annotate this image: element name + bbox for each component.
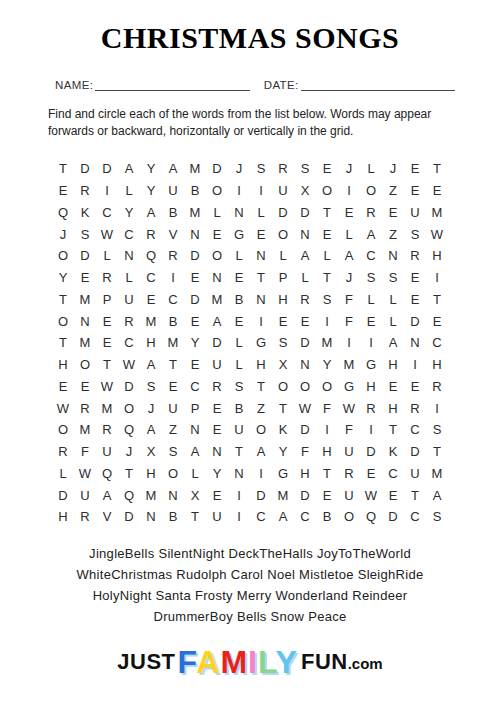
grid-cell[interactable]: A [184, 441, 206, 463]
grid-cell[interactable]: I [228, 180, 250, 202]
grid-cell[interactable]: T [404, 484, 426, 506]
grid-cell[interactable]: Z [162, 419, 184, 441]
grid-cell[interactable]: R [272, 158, 294, 180]
grid-cell[interactable]: O [52, 310, 74, 332]
grid-cell[interactable]: A [96, 484, 118, 506]
grid-cell[interactable]: D [294, 419, 316, 441]
grid-cell[interactable]: O [272, 223, 294, 245]
grid-cell[interactable]: S [382, 267, 404, 289]
grid-cell[interactable]: K [382, 441, 404, 463]
grid-cell[interactable]: H [382, 354, 404, 376]
grid-cell[interactable]: Y [140, 158, 162, 180]
grid-cell[interactable]: A [206, 310, 228, 332]
grid-cell[interactable]: X [140, 441, 162, 463]
grid-cell[interactable]: D [118, 376, 140, 398]
grid-cell[interactable]: L [118, 267, 140, 289]
grid-cell[interactable]: J [228, 158, 250, 180]
grid-cell[interactable]: I [228, 506, 250, 528]
grid-cell[interactable]: D [184, 289, 206, 311]
grid-cell[interactable]: D [74, 245, 96, 267]
grid-cell[interactable]: E [382, 376, 404, 398]
grid-cell[interactable]: N [294, 354, 316, 376]
grid-cell[interactable]: C [360, 245, 382, 267]
grid-cell[interactable]: H [52, 506, 74, 528]
grid-cell[interactable]: M [140, 310, 162, 332]
grid-cell[interactable]: Q [96, 463, 118, 485]
grid-cell[interactable]: N [206, 441, 228, 463]
grid-cell[interactable]: E [382, 484, 404, 506]
grid-cell[interactable]: L [316, 245, 338, 267]
grid-cell[interactable]: E [404, 376, 426, 398]
grid-cell[interactable]: E [162, 376, 184, 398]
grid-cell[interactable]: O [118, 397, 140, 419]
grid-cell[interactable]: Q [118, 484, 140, 506]
grid-cell[interactable]: T [96, 354, 118, 376]
grid-cell[interactable]: H [52, 354, 74, 376]
grid-cell[interactable]: F [316, 397, 338, 419]
grid-cell[interactable]: R [360, 397, 382, 419]
grid-cell[interactable]: P [272, 267, 294, 289]
grid-cell[interactable]: D [294, 484, 316, 506]
grid-cell[interactable]: I [228, 484, 250, 506]
grid-cell[interactable]: E [404, 267, 426, 289]
grid-cell[interactable]: C [140, 267, 162, 289]
grid-cell[interactable]: Z [250, 397, 272, 419]
grid-cell[interactable]: T [228, 441, 250, 463]
grid-cell[interactable]: R [52, 441, 74, 463]
grid-cell[interactable]: L [118, 180, 140, 202]
grid-cell[interactable]: S [250, 158, 272, 180]
grid-cell[interactable]: O [316, 376, 338, 398]
grid-cell[interactable]: L [360, 158, 382, 180]
grid-cell[interactable]: I [316, 310, 338, 332]
grid-cell[interactable]: M [162, 332, 184, 354]
grid-cell[interactable]: H [140, 332, 162, 354]
grid-cell[interactable]: M [206, 289, 228, 311]
grid-cell[interactable]: L [228, 354, 250, 376]
grid-cell[interactable]: I [250, 310, 272, 332]
grid-cell[interactable]: R [162, 245, 184, 267]
grid-cell[interactable]: M [74, 332, 96, 354]
grid-cell[interactable]: E [316, 223, 338, 245]
grid-cell[interactable]: U [96, 441, 118, 463]
grid-cell[interactable]: G [360, 354, 382, 376]
grid-cell[interactable]: U [162, 180, 184, 202]
grid-cell[interactable]: U [272, 180, 294, 202]
grid-cell[interactable]: J [52, 223, 74, 245]
grid-cell[interactable]: W [96, 376, 118, 398]
grid-cell[interactable]: M [184, 158, 206, 180]
grid-cell[interactable]: L [228, 245, 250, 267]
grid-cell[interactable]: O [206, 180, 228, 202]
grid-cell[interactable]: N [228, 202, 250, 224]
grid-cell[interactable]: L [360, 289, 382, 311]
grid-cell[interactable]: N [140, 506, 162, 528]
grid-cell[interactable]: I [162, 267, 184, 289]
grid-cell[interactable]: D [294, 332, 316, 354]
grid-cell[interactable]: A [426, 484, 448, 506]
grid-cell[interactable]: Y [52, 267, 74, 289]
grid-cell[interactable]: C [118, 223, 140, 245]
grid-cell[interactable]: K [74, 202, 96, 224]
grid-cell[interactable]: U [206, 354, 228, 376]
grid-cell[interactable]: D [382, 506, 404, 528]
grid-cell[interactable]: N [74, 310, 96, 332]
grid-cell[interactable]: E [360, 463, 382, 485]
grid-cell[interactable]: N [118, 245, 140, 267]
grid-cell[interactable]: D [96, 158, 118, 180]
grid-cell[interactable]: X [184, 484, 206, 506]
grid-cell[interactable]: E [404, 180, 426, 202]
grid-cell[interactable]: I [96, 180, 118, 202]
grid-cell[interactable]: N [184, 223, 206, 245]
grid-cell[interactable]: Q [140, 245, 162, 267]
grid-cell[interactable]: D [404, 441, 426, 463]
grid-cell[interactable]: R [96, 419, 118, 441]
grid-cell[interactable]: A [140, 202, 162, 224]
grid-cell[interactable]: E [74, 376, 96, 398]
grid-cell[interactable]: T [426, 289, 448, 311]
grid-cell[interactable]: F [338, 419, 360, 441]
grid-cell[interactable]: T [250, 267, 272, 289]
grid-cell[interactable]: I [360, 419, 382, 441]
grid-cell[interactable]: L [184, 463, 206, 485]
grid-cell[interactable]: F [338, 289, 360, 311]
grid-cell[interactable]: A [360, 223, 382, 245]
grid-cell[interactable]: M [140, 484, 162, 506]
grid-cell[interactable]: R [338, 463, 360, 485]
grid-cell[interactable]: M [316, 332, 338, 354]
grid-cell[interactable]: S [426, 419, 448, 441]
grid-cell[interactable]: Q [360, 506, 382, 528]
grid-cell[interactable]: Y [140, 180, 162, 202]
grid-cell[interactable]: A [272, 506, 294, 528]
grid-cell[interactable]: T [382, 419, 404, 441]
grid-cell[interactable]: E [382, 202, 404, 224]
grid-cell[interactable]: L [206, 202, 228, 224]
grid-cell[interactable]: Q [52, 202, 74, 224]
grid-cell[interactable]: R [96, 267, 118, 289]
grid-cell[interactable]: T [272, 397, 294, 419]
grid-cell[interactable]: G [338, 376, 360, 398]
grid-cell[interactable]: S [316, 289, 338, 311]
grid-cell[interactable]: C [426, 332, 448, 354]
grid-cell[interactable]: U [118, 289, 140, 311]
grid-cell[interactable]: C [96, 202, 118, 224]
grid-cell[interactable]: S [140, 376, 162, 398]
grid-cell[interactable]: O [52, 419, 74, 441]
grid-cell[interactable]: H [272, 289, 294, 311]
grid-cell[interactable]: O [360, 180, 382, 202]
grid-cell[interactable]: I [250, 180, 272, 202]
grid-cell[interactable]: D [184, 245, 206, 267]
grid-cell[interactable]: O [250, 419, 272, 441]
grid-cell[interactable]: S [272, 332, 294, 354]
grid-cell[interactable]: O [338, 506, 360, 528]
grid-cell[interactable]: Y [272, 441, 294, 463]
grid-cell[interactable]: M [74, 289, 96, 311]
grid-cell[interactable]: C [250, 506, 272, 528]
grid-cell[interactable]: N [250, 289, 272, 311]
grid-cell[interactable]: H [294, 463, 316, 485]
grid-cell[interactable]: O [294, 376, 316, 398]
grid-cell[interactable]: E [228, 310, 250, 332]
grid-cell[interactable]: E [184, 354, 206, 376]
grid-cell[interactable]: E [360, 310, 382, 332]
grid-cell[interactable]: N [184, 419, 206, 441]
grid-cell[interactable]: F [74, 441, 96, 463]
grid-cell[interactable]: T [426, 158, 448, 180]
grid-cell[interactable]: T [52, 289, 74, 311]
grid-cell[interactable]: S [228, 376, 250, 398]
grid-cell[interactable]: I [404, 354, 426, 376]
grid-cell[interactable]: W [426, 223, 448, 245]
grid-cell[interactable]: E [184, 310, 206, 332]
grid-cell[interactable]: T [316, 463, 338, 485]
grid-cell[interactable]: T [316, 202, 338, 224]
grid-cell[interactable]: N [294, 223, 316, 245]
grid-cell[interactable]: E [74, 267, 96, 289]
grid-cell[interactable]: T [118, 463, 140, 485]
grid-cell[interactable]: B [162, 202, 184, 224]
grid-cell[interactable]: U [162, 397, 184, 419]
grid-cell[interactable]: S [404, 223, 426, 245]
grid-cell[interactable]: A [140, 419, 162, 441]
grid-cell[interactable]: U [74, 484, 96, 506]
grid-cell[interactable]: P [184, 397, 206, 419]
grid-cell[interactable]: S [426, 506, 448, 528]
grid-cell[interactable]: Y [206, 463, 228, 485]
grid-cell[interactable]: E [272, 310, 294, 332]
grid-cell[interactable]: I [426, 267, 448, 289]
grid-cell[interactable]: A [118, 158, 140, 180]
grid-cell[interactable]: L [382, 310, 404, 332]
grid-cell[interactable]: D [206, 158, 228, 180]
grid-cell[interactable]: Q [118, 419, 140, 441]
grid-cell[interactable]: N [206, 267, 228, 289]
grid-cell[interactable]: A [382, 332, 404, 354]
grid-cell[interactable]: B [162, 310, 184, 332]
grid-cell[interactable]: O [52, 245, 74, 267]
grid-cell[interactable]: J [118, 441, 140, 463]
grid-cell[interactable]: I [426, 397, 448, 419]
grid-cell[interactable]: O [162, 463, 184, 485]
grid-cell[interactable]: T [250, 376, 272, 398]
grid-cell[interactable]: C [118, 332, 140, 354]
grid-cell[interactable]: D [206, 332, 228, 354]
grid-cell[interactable]: R [74, 506, 96, 528]
grid-cell[interactable]: R [404, 245, 426, 267]
grid-cell[interactable]: T [52, 158, 74, 180]
grid-cell[interactable]: O [316, 180, 338, 202]
grid-cell[interactable]: E [206, 223, 228, 245]
grid-cell[interactable]: R [426, 376, 448, 398]
grid-cell[interactable]: E [228, 267, 250, 289]
grid-cell[interactable]: L [52, 463, 74, 485]
grid-cell[interactable]: R [118, 310, 140, 332]
grid-cell[interactable]: L [272, 245, 294, 267]
grid-cell[interactable]: M [272, 484, 294, 506]
grid-cell[interactable]: F [294, 441, 316, 463]
grid-cell[interactable]: T [52, 332, 74, 354]
grid-cell[interactable]: H [140, 463, 162, 485]
grid-cell[interactable]: R [74, 397, 96, 419]
grid-cell[interactable]: I [360, 332, 382, 354]
grid-cell[interactable]: V [96, 506, 118, 528]
grid-cell[interactable]: C [184, 376, 206, 398]
grid-cell[interactable]: T [426, 441, 448, 463]
grid-cell[interactable]: R [404, 397, 426, 419]
grid-cell[interactable]: M [426, 463, 448, 485]
grid-cell[interactable]: K [272, 419, 294, 441]
grid-cell[interactable]: C [294, 506, 316, 528]
grid-cell[interactable]: C [382, 463, 404, 485]
grid-cell[interactable]: O [206, 245, 228, 267]
grid-cell[interactable]: R [206, 376, 228, 398]
grid-cell[interactable]: A [140, 354, 162, 376]
grid-cell[interactable]: H [360, 376, 382, 398]
grid-cell[interactable]: L [96, 245, 118, 267]
grid-cell[interactable]: I [338, 180, 360, 202]
grid-cell[interactable]: N [404, 332, 426, 354]
grid-cell[interactable]: E [294, 310, 316, 332]
grid-cell[interactable]: L [382, 289, 404, 311]
grid-cell[interactable]: E [316, 484, 338, 506]
grid-cell[interactable]: T [316, 267, 338, 289]
grid-cell[interactable]: N [228, 463, 250, 485]
grid-cell[interactable]: H [316, 441, 338, 463]
name-fill-line[interactable] [95, 79, 249, 91]
grid-cell[interactable]: M [338, 354, 360, 376]
grid-cell[interactable]: A [294, 245, 316, 267]
grid-cell[interactable]: H [382, 397, 404, 419]
grid-cell[interactable]: T [184, 506, 206, 528]
grid-cell[interactable]: G [250, 332, 272, 354]
grid-cell[interactable]: Y [118, 202, 140, 224]
grid-cell[interactable]: J [338, 267, 360, 289]
grid-cell[interactable]: D [360, 441, 382, 463]
grid-cell[interactable]: N [162, 484, 184, 506]
grid-cell[interactable]: O [272, 376, 294, 398]
grid-cell[interactable]: M [184, 202, 206, 224]
grid-cell[interactable]: Z [382, 180, 404, 202]
grid-cell[interactable]: H [426, 354, 448, 376]
grid-cell[interactable]: D [294, 202, 316, 224]
grid-cell[interactable]: S [162, 441, 184, 463]
grid-cell[interactable]: E [404, 289, 426, 311]
grid-cell[interactable]: W [96, 223, 118, 245]
grid-cell[interactable]: U [404, 463, 426, 485]
grid-cell[interactable]: R [360, 202, 382, 224]
grid-cell[interactable]: I [250, 463, 272, 485]
grid-cell[interactable]: W [74, 463, 96, 485]
grid-cell[interactable]: D [74, 158, 96, 180]
grid-cell[interactable]: Y [184, 332, 206, 354]
grid-cell[interactable]: E [140, 289, 162, 311]
grid-cell[interactable]: A [250, 441, 272, 463]
grid-cell[interactable]: J [382, 158, 404, 180]
grid-cell[interactable]: B [316, 506, 338, 528]
date-fill-line[interactable] [301, 79, 455, 91]
grid-cell[interactable]: E [96, 310, 118, 332]
grid-cell[interactable]: C [404, 419, 426, 441]
grid-cell[interactable]: U [206, 506, 228, 528]
grid-cell[interactable]: B [162, 506, 184, 528]
grid-cell[interactable]: E [206, 397, 228, 419]
grid-cell[interactable]: C [404, 506, 426, 528]
grid-cell[interactable]: E [206, 419, 228, 441]
grid-cell[interactable]: L [338, 223, 360, 245]
grid-cell[interactable]: B [228, 397, 250, 419]
grid-cell[interactable]: M [96, 397, 118, 419]
grid-cell[interactable]: G [272, 463, 294, 485]
grid-cell[interactable]: A [162, 158, 184, 180]
grid-cell[interactable]: L [228, 332, 250, 354]
grid-cell[interactable]: W [118, 354, 140, 376]
grid-cell[interactable]: E [206, 484, 228, 506]
grid-cell[interactable]: X [294, 180, 316, 202]
grid-cell[interactable]: W [294, 397, 316, 419]
grid-cell[interactable]: A [338, 245, 360, 267]
grid-cell[interactable]: R [294, 289, 316, 311]
grid-cell[interactable]: F [338, 310, 360, 332]
grid-cell[interactable]: E [426, 180, 448, 202]
grid-cell[interactable]: E [250, 223, 272, 245]
grid-cell[interactable]: E [52, 376, 74, 398]
grid-cell[interactable]: E [96, 332, 118, 354]
grid-cell[interactable]: H [250, 354, 272, 376]
grid-cell[interactable]: W [52, 397, 74, 419]
grid-cell[interactable]: H [426, 245, 448, 267]
grid-cell[interactable]: E [184, 267, 206, 289]
grid-cell[interactable]: U [338, 441, 360, 463]
grid-cell[interactable]: I [316, 419, 338, 441]
grid-cell[interactable]: R [140, 223, 162, 245]
grid-cell[interactable]: W [360, 484, 382, 506]
grid-cell[interactable]: E [52, 180, 74, 202]
grid-cell[interactable]: S [294, 158, 316, 180]
grid-cell[interactable]: D [118, 506, 140, 528]
grid-cell[interactable]: V [162, 223, 184, 245]
grid-cell[interactable]: O [74, 354, 96, 376]
grid-cell[interactable]: B [228, 289, 250, 311]
grid-cell[interactable]: L [294, 267, 316, 289]
grid-cell[interactable]: X [272, 354, 294, 376]
grid-cell[interactable]: M [74, 419, 96, 441]
grid-cell[interactable]: D [52, 484, 74, 506]
grid-cell[interactable]: Z [382, 223, 404, 245]
grid-cell[interactable]: D [272, 202, 294, 224]
grid-cell[interactable]: E [404, 158, 426, 180]
grid-cell[interactable]: N [382, 245, 404, 267]
grid-cell[interactable]: I [338, 332, 360, 354]
grid-cell[interactable]: N [250, 245, 272, 267]
grid-cell[interactable]: J [140, 397, 162, 419]
grid-cell[interactable]: L [250, 202, 272, 224]
grid-cell[interactable]: U [228, 419, 250, 441]
grid-cell[interactable]: U [404, 202, 426, 224]
grid-cell[interactable]: W [338, 397, 360, 419]
grid-cell[interactable]: E [338, 202, 360, 224]
grid-cell[interactable]: G [228, 223, 250, 245]
grid-cell[interactable]: Y [316, 354, 338, 376]
grid-cell[interactable]: P [96, 289, 118, 311]
grid-cell[interactable]: S [74, 223, 96, 245]
grid-cell[interactable]: S [360, 267, 382, 289]
grid-cell[interactable]: B [184, 180, 206, 202]
grid-cell[interactable]: E [426, 310, 448, 332]
grid-cell[interactable]: D [404, 310, 426, 332]
